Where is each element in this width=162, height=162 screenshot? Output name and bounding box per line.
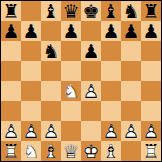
black-pawn-h7[interactable]: ♟ <box>141 21 161 41</box>
square-g4[interactable] <box>121 81 141 101</box>
black-piece-glyph: ♜ <box>141 1 161 21</box>
square-f6[interactable] <box>101 41 121 61</box>
black-piece-glyph: ♟ <box>101 21 121 41</box>
square-e3[interactable] <box>81 101 101 121</box>
square-d3[interactable] <box>61 101 81 121</box>
square-h5[interactable] <box>141 61 161 81</box>
square-b7[interactable]: ♟ <box>21 21 41 41</box>
white-piece-outline-glyph: ♙ <box>1 121 21 141</box>
square-e8[interactable]: ♚ <box>81 1 101 21</box>
black-piece-glyph: ♞ <box>121 1 141 21</box>
square-a7[interactable]: ♟ <box>1 21 21 41</box>
square-c8[interactable]: ♝ <box>41 1 61 21</box>
square-a8[interactable]: ♜ <box>1 1 21 21</box>
black-piece-glyph: ♝ <box>41 1 61 21</box>
white-piece-outline-glyph: ♙ <box>101 121 121 141</box>
square-b6[interactable] <box>21 41 41 61</box>
square-b3[interactable] <box>21 101 41 121</box>
square-e6[interactable]: ♟ <box>81 41 101 61</box>
square-c3[interactable] <box>41 101 61 121</box>
white-piece-outline-glyph: ♖ <box>1 141 21 161</box>
white-piece-outline-glyph: ♙ <box>21 121 41 141</box>
square-h7[interactable]: ♟ <box>141 21 161 41</box>
square-e1[interactable]: ♚♔ <box>81 141 101 161</box>
square-e2[interactable] <box>81 121 101 141</box>
black-rook-a8[interactable]: ♜ <box>1 1 21 21</box>
square-h4[interactable] <box>141 81 161 101</box>
square-b8[interactable] <box>21 1 41 21</box>
square-h8[interactable]: ♜ <box>141 1 161 21</box>
white-pawn-g2[interactable]: ♟♙ <box>121 121 141 141</box>
square-a4[interactable] <box>1 81 21 101</box>
white-knight-b1[interactable]: ♞♘ <box>21 141 41 161</box>
square-c1[interactable]: ♝♗ <box>41 141 61 161</box>
square-e4[interactable]: ♟♙ <box>81 81 101 101</box>
square-c7[interactable] <box>41 21 61 41</box>
square-d1[interactable]: ♛♕ <box>61 141 81 161</box>
white-piece-outline-glyph: ♖ <box>141 141 161 161</box>
square-f3[interactable] <box>101 101 121 121</box>
white-pawn-b2[interactable]: ♟♙ <box>21 121 41 141</box>
square-g3[interactable] <box>121 101 141 121</box>
square-d6[interactable] <box>61 41 81 61</box>
white-piece-outline-glyph: ♘ <box>21 141 41 161</box>
black-piece-glyph: ♝ <box>101 1 121 21</box>
square-f1[interactable]: ♝♗ <box>101 141 121 161</box>
black-bishop-f8[interactable]: ♝ <box>101 1 121 21</box>
white-piece-outline-glyph: ♙ <box>121 121 141 141</box>
square-d5[interactable] <box>61 61 81 81</box>
square-h3[interactable] <box>141 101 161 121</box>
black-piece-glyph: ♟ <box>121 21 141 41</box>
square-d7[interactable]: ♟ <box>61 21 81 41</box>
black-piece-glyph: ♟ <box>21 21 41 41</box>
square-g7[interactable]: ♟ <box>121 21 141 41</box>
black-pawn-g7[interactable]: ♟ <box>121 21 141 41</box>
square-g5[interactable] <box>121 61 141 81</box>
black-rook-h8[interactable]: ♜ <box>141 1 161 21</box>
square-b5[interactable] <box>21 61 41 81</box>
black-piece-glyph: ♟ <box>141 21 161 41</box>
square-f7[interactable]: ♟ <box>101 21 121 41</box>
square-a3[interactable] <box>1 101 21 121</box>
white-pawn-h2[interactable]: ♟♙ <box>141 121 161 141</box>
white-pawn-f2[interactable]: ♟♙ <box>101 121 121 141</box>
white-piece-outline-glyph: ♕ <box>61 141 81 161</box>
square-g6[interactable] <box>121 41 141 61</box>
square-a5[interactable] <box>1 61 21 81</box>
square-g2[interactable]: ♟♙ <box>121 121 141 141</box>
white-piece-outline-glyph: ♙ <box>81 81 101 101</box>
black-pawn-f7[interactable]: ♟ <box>101 21 121 41</box>
black-pawn-e6[interactable]: ♟ <box>81 41 101 61</box>
square-a2[interactable]: ♟♙ <box>1 121 21 141</box>
black-queen-d8[interactable]: ♛ <box>61 1 81 21</box>
white-piece-outline-glyph: ♔ <box>81 141 101 161</box>
black-knight-c6[interactable]: ♞ <box>41 41 61 61</box>
square-a1[interactable]: ♜♖ <box>1 141 21 161</box>
black-pawn-a7[interactable]: ♟ <box>1 21 21 41</box>
square-h1[interactable]: ♜♖ <box>141 141 161 161</box>
square-c6[interactable]: ♞ <box>41 41 61 61</box>
square-c4[interactable] <box>41 81 61 101</box>
square-e7[interactable] <box>81 21 101 41</box>
square-b4[interactable] <box>21 81 41 101</box>
white-pawn-e4[interactable]: ♟♙ <box>81 81 101 101</box>
square-c5[interactable] <box>41 61 61 81</box>
square-g8[interactable]: ♞ <box>121 1 141 21</box>
square-f4[interactable] <box>101 81 121 101</box>
chess-board: ♜♝♛♚♝♞♜♟♟♟♟♟♟♞♟♞♘♟♙♟♙♟♙♟♙♟♙♟♙♟♙♜♖♞♘♝♗♛♕♚… <box>1 1 161 161</box>
square-g1[interactable] <box>121 141 141 161</box>
white-bishop-f1[interactable]: ♝♗ <box>101 141 121 161</box>
black-knight-g8[interactable]: ♞ <box>121 1 141 21</box>
square-f5[interactable] <box>101 61 121 81</box>
white-pawn-a2[interactable]: ♟♙ <box>1 121 21 141</box>
square-f2[interactable]: ♟♙ <box>101 121 121 141</box>
square-h6[interactable] <box>141 41 161 61</box>
white-rook-h1[interactable]: ♜♖ <box>141 141 161 161</box>
square-f8[interactable]: ♝ <box>101 1 121 21</box>
black-piece-glyph: ♟ <box>1 21 21 41</box>
black-bishop-c8[interactable]: ♝ <box>41 1 61 21</box>
square-h2[interactable]: ♟♙ <box>141 121 161 141</box>
black-piece-glyph: ♛ <box>61 1 81 21</box>
square-b2[interactable]: ♟♙ <box>21 121 41 141</box>
black-piece-glyph: ♜ <box>1 1 21 21</box>
square-c2[interactable]: ♟♙ <box>41 121 61 141</box>
white-piece-outline-glyph: ♘ <box>61 81 81 101</box>
white-queen-d1[interactable]: ♛♕ <box>61 141 81 161</box>
white-piece-outline-glyph: ♙ <box>41 121 61 141</box>
square-a6[interactable] <box>1 41 21 61</box>
chess-board-frame: ♜♝♛♚♝♞♜♟♟♟♟♟♟♞♟♞♘♟♙♟♙♟♙♟♙♟♙♟♙♟♙♜♖♞♘♝♗♛♕♚… <box>0 0 162 162</box>
white-rook-a1[interactable]: ♜♖ <box>1 141 21 161</box>
black-pawn-b7[interactable]: ♟ <box>21 21 41 41</box>
white-piece-outline-glyph: ♗ <box>41 141 61 161</box>
white-knight-d4[interactable]: ♞♘ <box>61 81 81 101</box>
black-piece-glyph: ♞ <box>41 41 61 61</box>
white-piece-outline-glyph: ♙ <box>141 121 161 141</box>
white-king-e1[interactable]: ♚♔ <box>81 141 101 161</box>
square-d2[interactable] <box>61 121 81 141</box>
square-d8[interactable]: ♛ <box>61 1 81 21</box>
white-piece-outline-glyph: ♗ <box>101 141 121 161</box>
white-pawn-c2[interactable]: ♟♙ <box>41 121 61 141</box>
black-pawn-d7[interactable]: ♟ <box>61 21 81 41</box>
black-piece-glyph: ♟ <box>81 41 101 61</box>
black-piece-glyph: ♚ <box>81 1 101 21</box>
white-bishop-c1[interactable]: ♝♗ <box>41 141 61 161</box>
black-king-e8[interactable]: ♚ <box>81 1 101 21</box>
square-b1[interactable]: ♞♘ <box>21 141 41 161</box>
black-piece-glyph: ♟ <box>61 21 81 41</box>
square-d4[interactable]: ♞♘ <box>61 81 81 101</box>
square-e5[interactable] <box>81 61 101 81</box>
